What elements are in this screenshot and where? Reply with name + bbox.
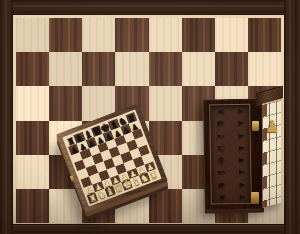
board-square xyxy=(149,189,182,223)
brass-hinge xyxy=(251,192,259,204)
storage-slot: ♟ xyxy=(230,105,250,118)
stored-black-knight: ♞ xyxy=(216,180,226,189)
stored-black-rook: ♜ xyxy=(216,193,226,202)
box-lid-checkered-face xyxy=(262,98,283,208)
board-square xyxy=(16,52,49,86)
stored-black-bishop: ♝ xyxy=(215,131,225,140)
board-square xyxy=(149,86,182,120)
board-square xyxy=(149,18,182,52)
board-square xyxy=(49,86,82,120)
stored-black-queen: ♛ xyxy=(216,144,226,153)
storage-slot: ♝ xyxy=(211,130,231,143)
board-square xyxy=(182,52,215,86)
white-rook: ♜ xyxy=(148,170,159,181)
product-photo: ♜♞♝♛♚♝♞♜♟♟♟♟♟♟♟♟♟♟♟♟♟♟♟♟♜♞♝♛♚♝♞♜ ♜♟♞♟♝♟♛… xyxy=(0,0,300,234)
stored-black-pawn: ♟ xyxy=(237,193,245,200)
storage-slot: ♜ xyxy=(210,105,230,118)
stored-black-pawn: ♟ xyxy=(235,107,243,114)
travel-board-grid: ♜♞♝♛♚♝♞♜♟♟♟♟♟♟♟♟♟♟♟♟♟♟♟♟♜♞♝♛♚♝♞♜ xyxy=(65,112,159,204)
stored-black-pawn: ♟ xyxy=(237,181,245,188)
board-square xyxy=(49,189,82,223)
board-square xyxy=(82,52,115,86)
brass-pawn-knob: ♟ xyxy=(265,119,279,135)
brass-hinge xyxy=(252,121,259,131)
storage-slot: ♜ xyxy=(212,191,232,204)
storage-slot: ♞ xyxy=(210,117,230,130)
storage-slot: ♟ xyxy=(230,154,250,167)
storage-slot: ♚ xyxy=(211,154,231,167)
storage-slot: ♛ xyxy=(211,142,231,155)
board-square xyxy=(182,18,215,52)
storage-slot: ♟ xyxy=(230,141,250,154)
board-square xyxy=(82,18,115,52)
stored-black-rook: ♜ xyxy=(215,107,225,116)
stored-black-pawn: ♟ xyxy=(236,156,244,163)
storage-slot: ♟ xyxy=(231,178,251,191)
storage-box-well: ♜♟♞♟♝♟♛♟♚♟♝♟♞♟♜♟ xyxy=(209,104,252,205)
travel-board-square: ♜ xyxy=(147,169,159,180)
board-square xyxy=(16,189,49,223)
stored-black-pawn: ♟ xyxy=(236,120,244,127)
storage-slot: ♟ xyxy=(230,117,250,130)
stored-black-pawn: ♟ xyxy=(236,169,244,176)
stored-black-bishop: ♝ xyxy=(216,168,226,177)
stored-black-pawn: ♟ xyxy=(236,144,244,151)
board-square xyxy=(149,52,182,86)
board-square xyxy=(16,86,49,120)
storage-slot: ♟ xyxy=(231,166,251,179)
board-square xyxy=(16,155,49,189)
storage-slot: ♟ xyxy=(231,190,251,203)
storage-slot: ♟ xyxy=(230,129,250,142)
board-square xyxy=(16,121,49,155)
board-square xyxy=(215,52,248,86)
board-square xyxy=(115,18,148,52)
board-frame-right xyxy=(284,0,300,234)
board-square xyxy=(49,18,82,52)
storage-slot: ♝ xyxy=(211,166,231,179)
stored-black-pawn: ♟ xyxy=(236,132,244,139)
board-square xyxy=(115,52,148,86)
stored-black-king: ♚ xyxy=(216,156,226,165)
storage-slot: ♞ xyxy=(211,179,231,192)
board-square xyxy=(248,18,281,52)
stored-black-knight: ♞ xyxy=(215,119,225,128)
board-square xyxy=(49,52,82,86)
board-square xyxy=(248,52,281,86)
board-square xyxy=(16,18,49,52)
board-square xyxy=(215,18,248,52)
